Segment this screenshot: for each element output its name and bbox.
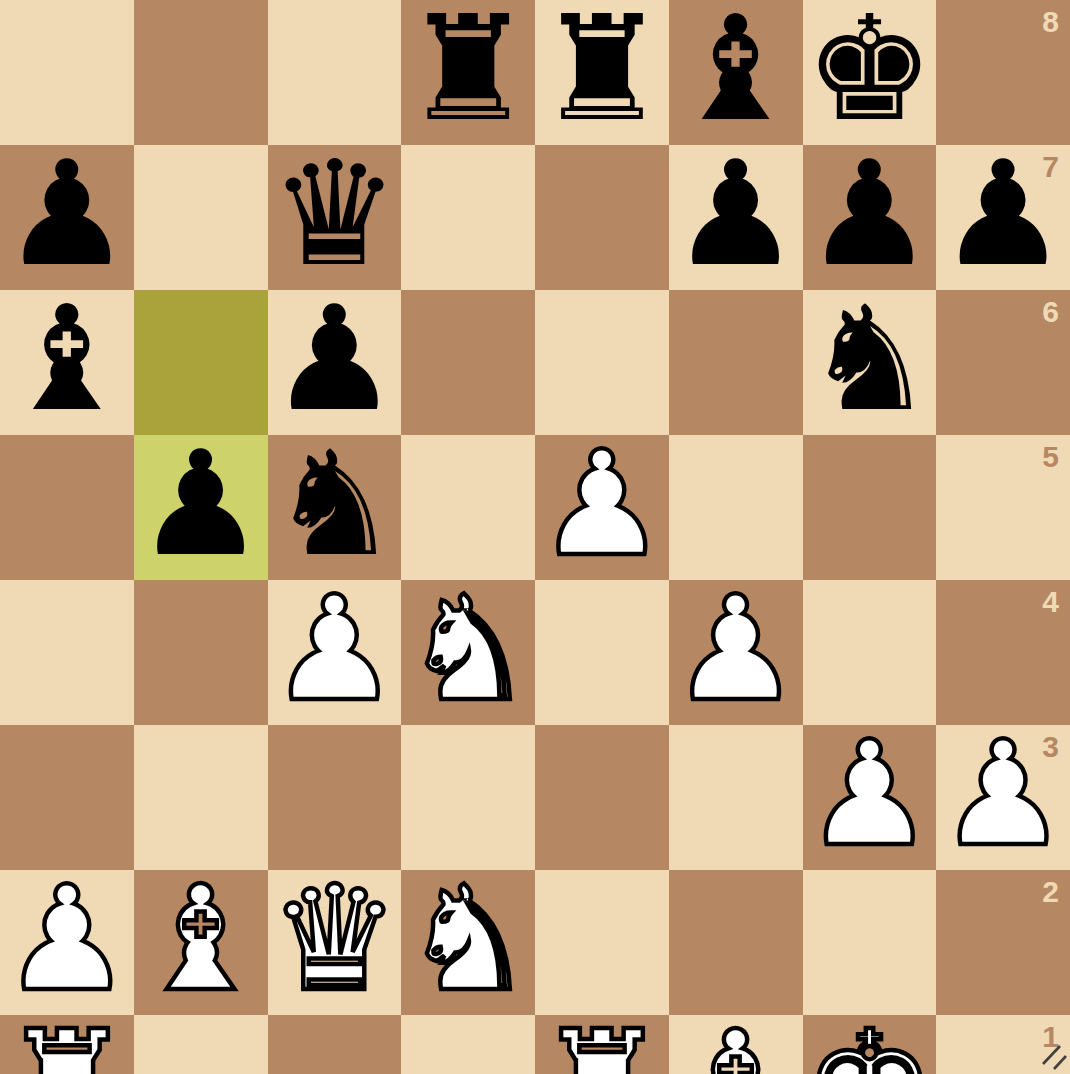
piece-white-bishop[interactable]: ♝	[671, 1011, 801, 1074]
square-a6[interactable]: ♝	[0, 290, 134, 435]
piece-white-knight[interactable]: ♞	[403, 866, 533, 1011]
square-b8[interactable]	[134, 0, 268, 145]
square-c6[interactable]: ♟	[268, 290, 402, 435]
piece-black-queen[interactable]: ♛	[269, 141, 399, 286]
square-e6[interactable]	[535, 290, 669, 435]
square-h5[interactable]: 5	[936, 435, 1070, 580]
square-c4[interactable]: ♟	[268, 580, 402, 725]
square-f2[interactable]	[669, 870, 803, 1015]
piece-white-queen[interactable]: ♛	[269, 866, 399, 1011]
square-f4[interactable]: ♟	[669, 580, 803, 725]
piece-black-pawn[interactable]: ♟	[2, 141, 132, 286]
square-e8[interactable]: ♜	[535, 0, 669, 145]
square-b1[interactable]: b	[134, 1015, 268, 1074]
rank-label-4: 4	[1042, 587, 1059, 617]
piece-black-knight[interactable]: ♞	[269, 431, 399, 576]
square-h6[interactable]: 6	[936, 290, 1070, 435]
square-b3[interactable]	[134, 725, 268, 870]
square-a3[interactable]	[0, 725, 134, 870]
square-f3[interactable]	[669, 725, 803, 870]
rank-label-2: 2	[1042, 877, 1059, 907]
square-d1[interactable]: d	[401, 1015, 535, 1074]
piece-black-rook[interactable]: ♜	[537, 0, 667, 141]
square-d2[interactable]: ♞	[401, 870, 535, 1015]
rank-label-6: 6	[1042, 297, 1059, 327]
square-f6[interactable]	[669, 290, 803, 435]
square-c3[interactable]	[268, 725, 402, 870]
square-d8[interactable]: ♜	[401, 0, 535, 145]
square-b5[interactable]: ♟	[134, 435, 268, 580]
square-g3[interactable]: ♟	[803, 725, 937, 870]
square-d3[interactable]	[401, 725, 535, 870]
square-b2[interactable]: ♝	[134, 870, 268, 1015]
square-g7[interactable]: ♟	[803, 145, 937, 290]
square-d6[interactable]	[401, 290, 535, 435]
square-g1[interactable]: ♚g	[803, 1015, 937, 1074]
resize-diagonal-icon	[1039, 1043, 1069, 1073]
piece-black-knight[interactable]: ♞	[804, 286, 934, 431]
square-c2[interactable]: ♛	[268, 870, 402, 1015]
square-e3[interactable]	[535, 725, 669, 870]
square-d4[interactable]: ♞	[401, 580, 535, 725]
board-resize-handle[interactable]	[1039, 1043, 1069, 1073]
square-h4[interactable]: 4	[936, 580, 1070, 725]
square-d5[interactable]	[401, 435, 535, 580]
square-h2[interactable]: 2	[936, 870, 1070, 1015]
square-d7[interactable]	[401, 145, 535, 290]
square-b6[interactable]	[134, 290, 268, 435]
square-a2[interactable]: ♟	[0, 870, 134, 1015]
square-g6[interactable]: ♞	[803, 290, 937, 435]
piece-white-rook[interactable]: ♜	[537, 1011, 667, 1074]
piece-white-knight[interactable]: ♞	[403, 576, 533, 721]
piece-white-pawn[interactable]: ♟	[804, 721, 934, 866]
piece-black-bishop[interactable]: ♝	[2, 286, 132, 431]
piece-black-bishop[interactable]: ♝	[671, 0, 801, 141]
square-h3[interactable]: ♟3	[936, 725, 1070, 870]
piece-black-pawn[interactable]: ♟	[269, 286, 399, 431]
square-h8[interactable]: 8	[936, 0, 1070, 145]
piece-white-pawn[interactable]: ♟	[269, 576, 399, 721]
square-a8[interactable]	[0, 0, 134, 145]
piece-white-bishop[interactable]: ♝	[136, 866, 266, 1011]
rank-label-7: 7	[1042, 152, 1059, 182]
square-g4[interactable]	[803, 580, 937, 725]
piece-white-pawn[interactable]: ♟	[2, 866, 132, 1011]
square-a1[interactable]: ♜a	[0, 1015, 134, 1074]
rank-label-8: 8	[1042, 7, 1059, 37]
piece-white-pawn[interactable]: ♟	[671, 576, 801, 721]
chess-board: ♜♜♝♚8♟♛♟♟♟7♝♟♞6♟♞♟5♟♞♟4♟♟3♟♝♛♞2♜abcd♜e♝f…	[0, 0, 1070, 1074]
square-e5[interactable]: ♟	[535, 435, 669, 580]
square-e7[interactable]	[535, 145, 669, 290]
square-g2[interactable]	[803, 870, 937, 1015]
square-c1[interactable]: c	[268, 1015, 402, 1074]
piece-black-king[interactable]: ♚	[804, 0, 934, 141]
square-c8[interactable]	[268, 0, 402, 145]
piece-black-pawn[interactable]: ♟	[671, 141, 801, 286]
square-a5[interactable]	[0, 435, 134, 580]
square-a4[interactable]	[0, 580, 134, 725]
square-c5[interactable]: ♞	[268, 435, 402, 580]
square-c7[interactable]: ♛	[268, 145, 402, 290]
square-f8[interactable]: ♝	[669, 0, 803, 145]
piece-white-rook[interactable]: ♜	[2, 1011, 132, 1074]
piece-black-rook[interactable]: ♜	[403, 0, 533, 141]
square-a7[interactable]: ♟	[0, 145, 134, 290]
square-b4[interactable]	[134, 580, 268, 725]
square-h7[interactable]: ♟7	[936, 145, 1070, 290]
square-g8[interactable]: ♚	[803, 0, 937, 145]
square-b7[interactable]	[134, 145, 268, 290]
piece-white-king[interactable]: ♚	[804, 1011, 934, 1074]
square-g5[interactable]	[803, 435, 937, 580]
square-f5[interactable]	[669, 435, 803, 580]
piece-white-pawn[interactable]: ♟	[537, 431, 667, 576]
square-e1[interactable]: ♜e	[535, 1015, 669, 1074]
square-e4[interactable]	[535, 580, 669, 725]
piece-black-pawn[interactable]: ♟	[136, 431, 266, 576]
rank-label-3: 3	[1042, 732, 1059, 762]
square-e2[interactable]	[535, 870, 669, 1015]
square-f7[interactable]: ♟	[669, 145, 803, 290]
rank-label-5: 5	[1042, 442, 1059, 472]
square-f1[interactable]: ♝f	[669, 1015, 803, 1074]
piece-black-pawn[interactable]: ♟	[804, 141, 934, 286]
